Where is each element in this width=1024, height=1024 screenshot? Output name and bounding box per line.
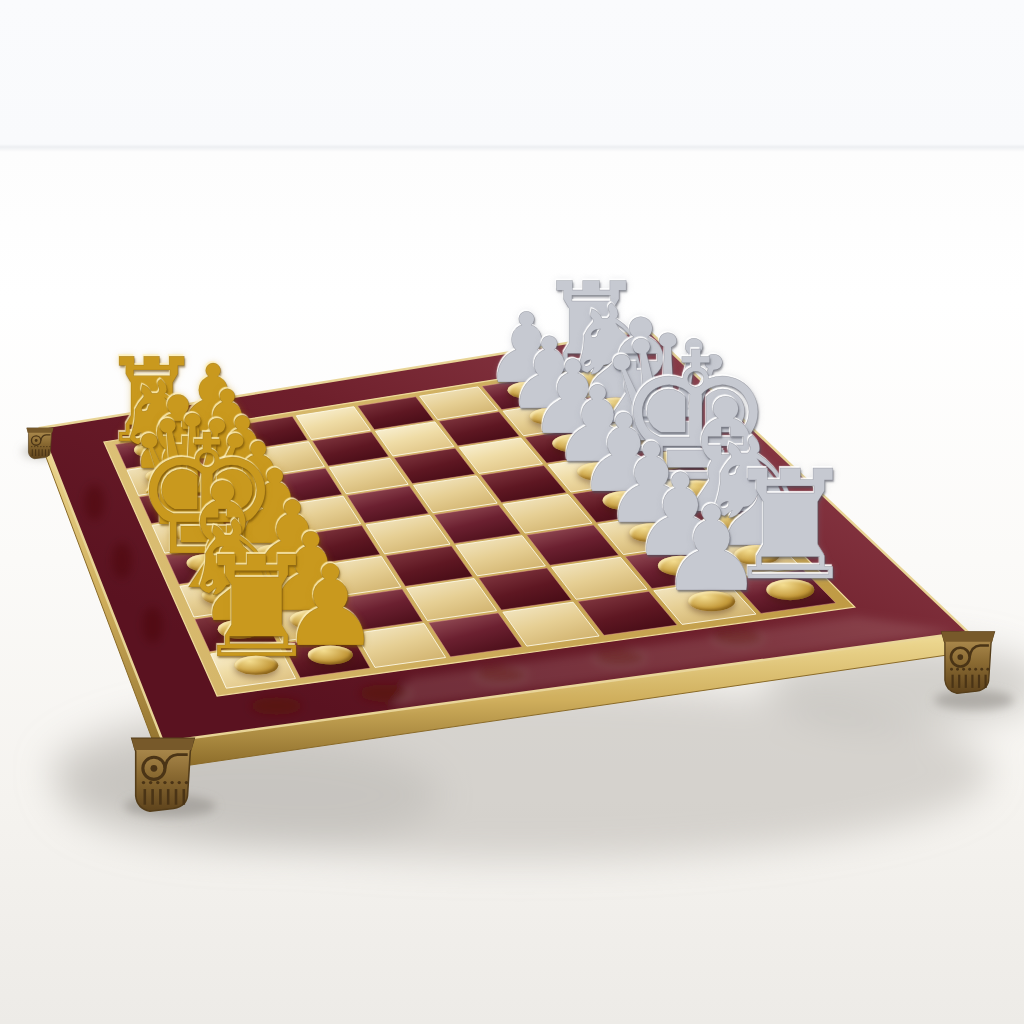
foot-far-left <box>27 428 53 459</box>
foot-right <box>942 632 995 694</box>
shadow <box>84 484 104 520</box>
shadow <box>112 543 132 579</box>
shadow <box>250 697 302 715</box>
shadow <box>934 690 1014 710</box>
product-photo-stage: ♜♟♟♜♞♟♟♞♝♟♟♝♛♟♟♛♚♟♟♚♝♟♟♝♞♟♟♞♜♟♟♜ <box>0 0 1024 1024</box>
shadow <box>143 607 163 643</box>
foot-near <box>132 738 194 811</box>
chessboard <box>0 0 1024 1024</box>
